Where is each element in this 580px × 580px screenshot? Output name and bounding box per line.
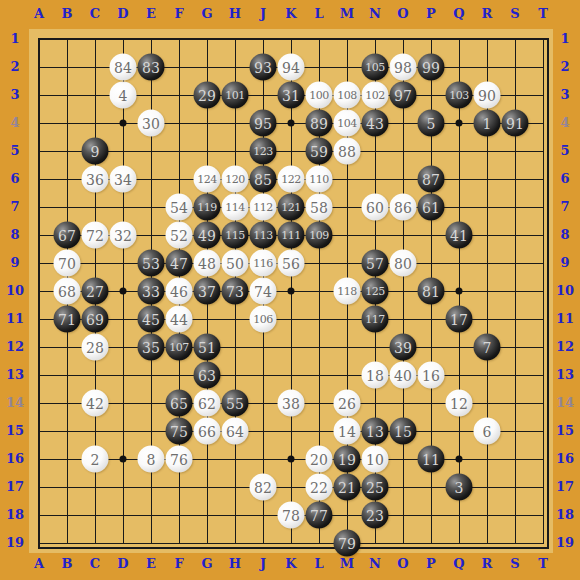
stone-white-70: 70 xyxy=(54,250,81,277)
stone-black-25: 25 xyxy=(362,474,389,501)
coord-label-top-T: T xyxy=(530,7,556,21)
stone-white-50: 50 xyxy=(222,250,249,277)
stone-white-124: 124 xyxy=(194,166,221,193)
stone-black-105: 105 xyxy=(362,54,389,81)
stone-black-77: 77 xyxy=(306,502,333,529)
coord-label-bottom-K: K xyxy=(278,557,304,571)
stone-white-88: 88 xyxy=(334,138,361,165)
coord-label-top-R: R xyxy=(474,7,500,21)
coord-label-left-8: 8 xyxy=(2,228,28,242)
stone-black-85: 85 xyxy=(250,166,277,193)
coord-label-bottom-P: P xyxy=(418,557,444,571)
coord-label-right-6: 6 xyxy=(552,172,578,186)
coord-label-right-7: 7 xyxy=(552,200,578,214)
star-point-D16 xyxy=(120,456,127,463)
stone-black-15: 15 xyxy=(390,418,417,445)
stone-black-71: 71 xyxy=(54,306,81,333)
stone-black-67: 67 xyxy=(54,222,81,249)
stone-black-115: 115 xyxy=(222,222,249,249)
stone-white-34: 34 xyxy=(110,166,137,193)
stone-white-44: 44 xyxy=(166,306,193,333)
stone-white-98: 98 xyxy=(390,54,417,81)
coord-label-left-7: 7 xyxy=(2,200,28,214)
coord-label-top-S: S xyxy=(502,7,528,21)
stone-black-13: 13 xyxy=(362,418,389,445)
coord-label-left-12: 12 xyxy=(2,340,28,354)
stone-white-100: 100 xyxy=(306,82,333,109)
stone-black-43: 43 xyxy=(362,110,389,137)
stone-white-104: 104 xyxy=(334,110,361,137)
stone-black-11: 11 xyxy=(418,446,445,473)
stone-black-123: 123 xyxy=(250,138,277,165)
coord-label-right-14: 14 xyxy=(552,396,578,410)
stone-white-20: 20 xyxy=(306,446,333,473)
stone-black-37: 37 xyxy=(194,278,221,305)
coord-label-left-18: 18 xyxy=(2,508,28,522)
coord-label-left-17: 17 xyxy=(2,480,28,494)
stone-black-23: 23 xyxy=(362,502,389,529)
stone-black-21: 21 xyxy=(334,474,361,501)
stone-black-29: 29 xyxy=(194,82,221,109)
stone-black-91: 91 xyxy=(502,110,529,137)
star-point-K16 xyxy=(288,456,295,463)
stone-white-26: 26 xyxy=(334,390,361,417)
coord-label-bottom-J: J xyxy=(250,557,276,571)
coord-label-bottom-F: F xyxy=(166,557,192,571)
coord-label-bottom-Q: Q xyxy=(446,557,472,571)
coord-label-left-2: 2 xyxy=(2,60,28,74)
stone-white-8: 8 xyxy=(138,446,165,473)
stone-white-84: 84 xyxy=(110,54,137,81)
stone-black-61: 61 xyxy=(418,194,445,221)
coord-label-top-J: J xyxy=(250,7,276,21)
stone-black-121: 121 xyxy=(278,194,305,221)
coord-label-left-1: 1 xyxy=(2,32,28,46)
stone-white-110: 110 xyxy=(306,166,333,193)
go-board-frame: ABCDEFGHJKLMNOPQRST ABCDEFGHJKLMNOPQRST … xyxy=(0,0,580,580)
coord-label-top-K: K xyxy=(278,7,304,21)
coord-label-top-P: P xyxy=(418,7,444,21)
coord-label-right-18: 18 xyxy=(552,508,578,522)
star-point-Q10 xyxy=(456,288,463,295)
stone-black-107: 107 xyxy=(166,334,193,361)
stone-black-35: 35 xyxy=(138,334,165,361)
stone-black-41: 41 xyxy=(446,222,473,249)
coord-label-bottom-N: N xyxy=(362,557,388,571)
coord-label-left-3: 3 xyxy=(2,88,28,102)
stone-white-62: 62 xyxy=(194,390,221,417)
stone-white-66: 66 xyxy=(194,418,221,445)
stone-white-40: 40 xyxy=(390,362,417,389)
coord-label-top-M: M xyxy=(334,7,360,21)
star-point-Q16 xyxy=(456,456,463,463)
coord-label-right-4: 4 xyxy=(552,116,578,130)
star-point-K10 xyxy=(288,288,295,295)
coord-label-bottom-C: C xyxy=(82,557,108,571)
stone-white-82: 82 xyxy=(250,474,277,501)
stone-white-30: 30 xyxy=(138,110,165,137)
stone-black-87: 87 xyxy=(418,166,445,193)
stone-white-112: 112 xyxy=(250,194,277,221)
coord-label-top-O: O xyxy=(390,7,416,21)
star-point-Q4 xyxy=(456,120,463,127)
stone-white-114: 114 xyxy=(222,194,249,221)
stone-white-54: 54 xyxy=(166,194,193,221)
stone-black-55: 55 xyxy=(222,390,249,417)
stone-white-106: 106 xyxy=(250,306,277,333)
stone-white-28: 28 xyxy=(82,334,109,361)
stone-black-89: 89 xyxy=(306,110,333,137)
stone-black-57: 57 xyxy=(362,250,389,277)
stone-black-27: 27 xyxy=(82,278,109,305)
stone-white-32: 32 xyxy=(110,222,137,249)
stone-black-63: 63 xyxy=(194,362,221,389)
coord-label-bottom-M: M xyxy=(334,557,360,571)
coord-label-right-5: 5 xyxy=(552,144,578,158)
stone-white-68: 68 xyxy=(54,278,81,305)
stone-black-47: 47 xyxy=(166,250,193,277)
stone-black-103: 103 xyxy=(446,82,473,109)
stone-black-93: 93 xyxy=(250,54,277,81)
stone-black-65: 65 xyxy=(166,390,193,417)
stone-white-46: 46 xyxy=(166,278,193,305)
stone-white-58: 58 xyxy=(306,194,333,221)
coord-label-right-8: 8 xyxy=(552,228,578,242)
coord-label-left-5: 5 xyxy=(2,144,28,158)
stone-black-7: 7 xyxy=(474,334,501,361)
stone-white-56: 56 xyxy=(278,250,305,277)
coord-label-top-G: G xyxy=(194,7,220,21)
stone-white-78: 78 xyxy=(278,502,305,529)
coord-label-left-16: 16 xyxy=(2,452,28,466)
stone-white-86: 86 xyxy=(390,194,417,221)
stone-white-16: 16 xyxy=(418,362,445,389)
star-point-K4 xyxy=(288,120,295,127)
stone-white-6: 6 xyxy=(474,418,501,445)
coord-label-top-E: E xyxy=(138,7,164,21)
stone-black-113: 113 xyxy=(250,222,277,249)
stone-black-33: 33 xyxy=(138,278,165,305)
stone-black-3: 3 xyxy=(446,474,473,501)
stone-black-117: 117 xyxy=(362,306,389,333)
grid-border xyxy=(38,38,549,549)
coord-label-top-D: D xyxy=(110,7,136,21)
star-point-D4 xyxy=(120,120,127,127)
coord-label-top-L: L xyxy=(306,7,332,21)
stone-black-83: 83 xyxy=(138,54,165,81)
stone-black-1: 1 xyxy=(474,110,501,137)
coord-label-bottom-G: G xyxy=(194,557,220,571)
coord-label-top-H: H xyxy=(222,7,248,21)
coord-label-bottom-B: B xyxy=(54,557,80,571)
stone-black-75: 75 xyxy=(166,418,193,445)
stone-black-39: 39 xyxy=(390,334,417,361)
stone-white-18: 18 xyxy=(362,362,389,389)
stone-white-52: 52 xyxy=(166,222,193,249)
coord-label-left-19: 19 xyxy=(2,536,28,550)
stone-white-120: 120 xyxy=(222,166,249,193)
stone-black-79: 79 xyxy=(334,530,361,557)
stone-black-119: 119 xyxy=(194,194,221,221)
stone-white-4: 4 xyxy=(110,82,137,109)
coord-label-left-11: 11 xyxy=(2,312,28,326)
coord-label-left-10: 10 xyxy=(2,284,28,298)
coord-label-right-2: 2 xyxy=(552,60,578,74)
coord-label-right-1: 1 xyxy=(552,32,578,46)
coord-label-right-16: 16 xyxy=(552,452,578,466)
stone-white-108: 108 xyxy=(334,82,361,109)
coord-label-right-11: 11 xyxy=(552,312,578,326)
coord-label-bottom-D: D xyxy=(110,557,136,571)
stone-black-17: 17 xyxy=(446,306,473,333)
stone-white-60: 60 xyxy=(362,194,389,221)
coord-label-top-F: F xyxy=(166,7,192,21)
stone-white-22: 22 xyxy=(306,474,333,501)
stone-white-38: 38 xyxy=(278,390,305,417)
coord-label-right-9: 9 xyxy=(552,256,578,270)
stone-white-116: 116 xyxy=(250,250,277,277)
coord-label-top-N: N xyxy=(362,7,388,21)
coord-label-right-19: 19 xyxy=(552,536,578,550)
stone-black-49: 49 xyxy=(194,222,221,249)
coord-label-left-13: 13 xyxy=(2,368,28,382)
stone-white-76: 76 xyxy=(166,446,193,473)
coord-label-top-Q: Q xyxy=(446,7,472,21)
coord-label-bottom-S: S xyxy=(502,557,528,571)
stone-black-101: 101 xyxy=(222,82,249,109)
star-point-D10 xyxy=(120,288,127,295)
stone-white-12: 12 xyxy=(446,390,473,417)
coord-label-bottom-H: H xyxy=(222,557,248,571)
stone-black-81: 81 xyxy=(418,278,445,305)
stone-white-80: 80 xyxy=(390,250,417,277)
stone-black-19: 19 xyxy=(334,446,361,473)
stone-white-10: 10 xyxy=(362,446,389,473)
stone-black-125: 125 xyxy=(362,278,389,305)
coord-label-right-13: 13 xyxy=(552,368,578,382)
stone-white-102: 102 xyxy=(362,82,389,109)
coord-label-bottom-L: L xyxy=(306,557,332,571)
stone-black-45: 45 xyxy=(138,306,165,333)
stone-white-122: 122 xyxy=(278,166,305,193)
stone-black-111: 111 xyxy=(278,222,305,249)
coord-label-top-A: A xyxy=(26,7,52,21)
stone-black-73: 73 xyxy=(222,278,249,305)
stone-black-95: 95 xyxy=(250,110,277,137)
stone-white-2: 2 xyxy=(82,446,109,473)
stone-white-74: 74 xyxy=(250,278,277,305)
coord-label-left-14: 14 xyxy=(2,396,28,410)
stone-white-36: 36 xyxy=(82,166,109,193)
stone-white-94: 94 xyxy=(278,54,305,81)
stone-black-69: 69 xyxy=(82,306,109,333)
stone-white-118: 118 xyxy=(334,278,361,305)
coord-label-bottom-E: E xyxy=(138,557,164,571)
coord-label-left-15: 15 xyxy=(2,424,28,438)
stone-white-90: 90 xyxy=(474,82,501,109)
coord-label-left-9: 9 xyxy=(2,256,28,270)
stone-white-14: 14 xyxy=(334,418,361,445)
stone-black-53: 53 xyxy=(138,250,165,277)
stone-black-31: 31 xyxy=(278,82,305,109)
stone-black-99: 99 xyxy=(418,54,445,81)
stone-black-109: 109 xyxy=(306,222,333,249)
coord-label-bottom-A: A xyxy=(26,557,52,571)
go-board[interactable]: 1234567891011121314151617181920212223252… xyxy=(29,29,553,553)
stone-black-51: 51 xyxy=(194,334,221,361)
coord-label-right-3: 3 xyxy=(552,88,578,102)
coord-label-bottom-T: T xyxy=(530,557,556,571)
coord-label-bottom-O: O xyxy=(390,557,416,571)
stone-white-48: 48 xyxy=(194,250,221,277)
coord-label-right-15: 15 xyxy=(552,424,578,438)
coord-label-right-10: 10 xyxy=(552,284,578,298)
stone-black-59: 59 xyxy=(306,138,333,165)
coord-label-left-4: 4 xyxy=(2,116,28,130)
stone-white-42: 42 xyxy=(82,390,109,417)
coord-label-left-6: 6 xyxy=(2,172,28,186)
coord-label-bottom-R: R xyxy=(474,557,500,571)
stone-black-97: 97 xyxy=(390,82,417,109)
coord-label-right-12: 12 xyxy=(552,340,578,354)
stone-black-5: 5 xyxy=(418,110,445,137)
coord-label-top-C: C xyxy=(82,7,108,21)
stone-black-9: 9 xyxy=(82,138,109,165)
coord-label-top-B: B xyxy=(54,7,80,21)
stone-white-64: 64 xyxy=(222,418,249,445)
stone-white-72: 72 xyxy=(82,222,109,249)
coord-label-right-17: 17 xyxy=(552,480,578,494)
